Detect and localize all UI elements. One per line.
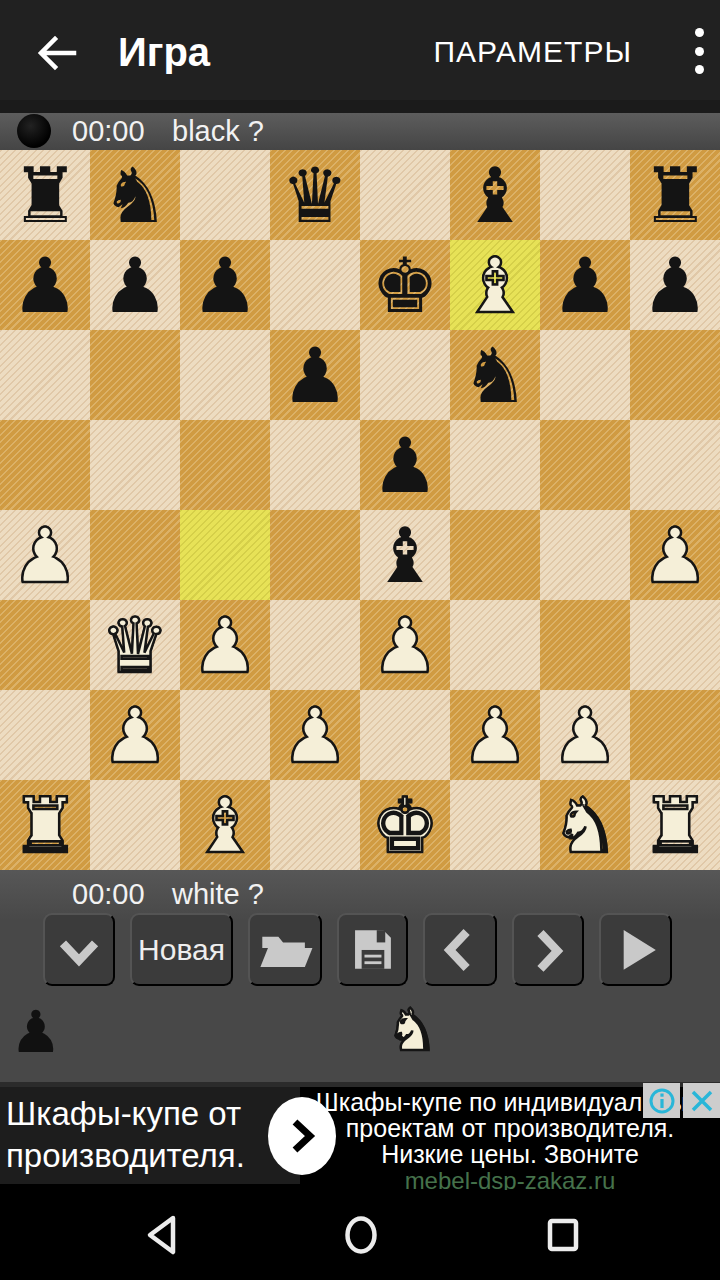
white-player-name: white ?	[172, 870, 264, 918]
square-g5[interactable]	[540, 420, 630, 510]
square-f3[interactable]	[450, 600, 540, 690]
square-a5[interactable]	[0, 420, 90, 510]
square-a7[interactable]: ♟	[0, 240, 90, 330]
square-e5[interactable]: ♟	[360, 420, 450, 510]
piece-white-rook[interactable]: ♜	[0, 780, 90, 870]
square-h1[interactable]: ♜	[630, 780, 720, 870]
piece-black-pawn[interactable]: ♟	[0, 240, 90, 330]
square-c5[interactable]	[180, 420, 270, 510]
piece-white-bishop[interactable]: ♝	[450, 240, 540, 330]
square-b7[interactable]: ♟	[90, 240, 180, 330]
square-c4[interactable]	[180, 510, 270, 600]
white-clock: 00:00	[72, 870, 145, 918]
square-d8[interactable]: ♛	[270, 150, 360, 240]
square-f2[interactable]: ♟	[450, 690, 540, 780]
piece-black-pawn[interactable]: ♟	[90, 240, 180, 330]
ad-cta-button[interactable]	[268, 1097, 336, 1175]
ad-right-line2: проектам от производителя.	[300, 1115, 720, 1141]
square-h4[interactable]: ♟	[630, 510, 720, 600]
chevron-left-icon	[425, 913, 495, 987]
piece-white-queen[interactable]: ♛	[90, 600, 180, 690]
chevron-down-icon	[45, 914, 113, 986]
black-clock: 00:00	[72, 113, 145, 150]
save-icon	[339, 914, 406, 985]
square-h6[interactable]	[630, 330, 720, 420]
square-g6[interactable]	[540, 330, 630, 420]
nav-recents-square-icon	[543, 1213, 583, 1257]
square-f7[interactable]: ♝	[450, 240, 540, 330]
close-icon	[688, 1087, 716, 1115]
square-a1[interactable]: ♜	[0, 780, 90, 870]
square-d4[interactable]	[270, 510, 360, 600]
square-b6[interactable]	[90, 330, 180, 420]
new-game-button[interactable]: Новая	[130, 913, 233, 986]
square-a8[interactable]: ♜	[0, 150, 90, 240]
square-b5[interactable]	[90, 420, 180, 510]
square-e4[interactable]: ♝	[360, 510, 450, 600]
square-f5[interactable]	[450, 420, 540, 510]
square-g8[interactable]	[540, 150, 630, 240]
captured-white-knight: ♞	[386, 997, 438, 1063]
piece-white-pawn[interactable]: ♟	[360, 600, 450, 690]
nav-home-button[interactable]	[331, 1190, 391, 1280]
play-button[interactable]	[599, 913, 672, 986]
appbar-shadow	[0, 100, 720, 113]
square-e7[interactable]: ♚	[360, 240, 450, 330]
expand-button[interactable]	[43, 913, 115, 986]
square-b2[interactable]: ♟	[90, 690, 180, 780]
square-d5[interactable]	[270, 420, 360, 510]
black-player-row: 00:00 black ?	[0, 113, 720, 150]
black-player-name: black ?	[172, 113, 264, 150]
piece-black-pawn[interactable]: ♟	[540, 240, 630, 330]
piece-white-king[interactable]: ♚	[360, 780, 450, 870]
piece-black-pawn[interactable]: ♟	[270, 330, 360, 420]
black-turn-indicator-icon	[17, 114, 51, 148]
ad-info-button[interactable]	[643, 1083, 680, 1118]
square-c2[interactable]	[180, 690, 270, 780]
android-nav-bar	[0, 1190, 720, 1280]
piece-black-knight[interactable]: ♞	[90, 150, 180, 240]
piece-black-pawn[interactable]: ♟	[180, 240, 270, 330]
back-move-button[interactable]	[423, 913, 497, 986]
square-b1[interactable]	[90, 780, 180, 870]
overflow-menu-icon[interactable]	[690, 28, 708, 74]
square-c1[interactable]: ♝	[180, 780, 270, 870]
square-h2[interactable]	[630, 690, 720, 780]
square-h7[interactable]: ♟	[630, 240, 720, 330]
square-f6[interactable]: ♞	[450, 330, 540, 420]
square-e6[interactable]	[360, 330, 450, 420]
nav-back-triangle-icon	[142, 1213, 182, 1257]
square-c8[interactable]	[180, 150, 270, 240]
nav-recents-button[interactable]	[533, 1190, 593, 1280]
ad-left-line1: Шкафы-купе от	[6, 1093, 300, 1135]
piece-black-bishop[interactable]: ♝	[450, 150, 540, 240]
piece-black-rook[interactable]: ♜	[630, 150, 720, 240]
back-arrow-icon[interactable]	[34, 30, 80, 76]
piece-white-pawn[interactable]: ♟	[0, 510, 90, 600]
ad-left-line2: производителя.	[6, 1135, 300, 1177]
square-d1[interactable]	[270, 780, 360, 870]
app-bar: Игра ПАРАМЕТРЫ	[0, 0, 720, 100]
piece-black-rook[interactable]: ♜	[0, 150, 90, 240]
white-player-row: 00:00 white ?	[0, 870, 720, 915]
square-b8[interactable]: ♞	[90, 150, 180, 240]
piece-white-pawn[interactable]: ♟	[90, 690, 180, 780]
square-g7[interactable]: ♟	[540, 240, 630, 330]
square-e3[interactable]: ♟	[360, 600, 450, 690]
square-e8[interactable]	[360, 150, 450, 240]
chess-board[interactable]: ♜♞♛♝♜♟♟♟♚♝♟♟♟♞♟♟♝♟♛♟♟♟♟♟♟♜♝♚♞♜	[0, 150, 720, 870]
square-f4[interactable]	[450, 510, 540, 600]
square-g2[interactable]: ♟	[540, 690, 630, 780]
square-e1[interactable]: ♚	[360, 780, 450, 870]
square-d6[interactable]: ♟	[270, 330, 360, 420]
chess-app-screen: Игра ПАРАМЕТРЫ 00:00 black ? ♜♞♛♝♜♟♟♟♚♝♟…	[0, 0, 720, 1280]
ad-banner[interactable]: Шкафы-купе от производителя. Шкафы-купе …	[0, 1082, 720, 1190]
square-a6[interactable]	[0, 330, 90, 420]
piece-white-pawn[interactable]: ♟	[180, 600, 270, 690]
square-d3[interactable]	[270, 600, 360, 690]
piece-white-knight[interactable]: ♞	[540, 780, 630, 870]
piece-black-king[interactable]: ♚	[360, 240, 450, 330]
chevron-right-icon	[282, 1112, 322, 1160]
ad-left-text[interactable]: Шкафы-купе от производителя.	[0, 1087, 300, 1184]
game-toolbar: Новая	[43, 913, 672, 986]
square-d7[interactable]	[270, 240, 360, 330]
square-c3[interactable]: ♟	[180, 600, 270, 690]
square-a4[interactable]: ♟	[0, 510, 90, 600]
ad-badges	[643, 1083, 720, 1118]
piece-black-bishop[interactable]: ♝	[360, 510, 450, 600]
parameters-button[interactable]: ПАРАМЕТРЫ	[434, 0, 632, 100]
piece-white-pawn[interactable]: ♟	[270, 690, 360, 780]
piece-white-pawn[interactable]: ♟	[540, 690, 630, 780]
square-b4[interactable]	[90, 510, 180, 600]
bottom-panel: 00:00 white ? Новая	[0, 870, 720, 1082]
piece-white-bishop[interactable]: ♝	[180, 780, 270, 870]
square-d2[interactable]: ♟	[270, 690, 360, 780]
open-file-button[interactable]	[248, 913, 322, 986]
square-g1[interactable]: ♞	[540, 780, 630, 870]
square-h3[interactable]	[630, 600, 720, 690]
square-f1[interactable]	[450, 780, 540, 870]
square-f8[interactable]: ♝	[450, 150, 540, 240]
piece-black-knight[interactable]: ♞	[450, 330, 540, 420]
piece-white-pawn[interactable]: ♟	[630, 510, 720, 600]
square-b3[interactable]: ♛	[90, 600, 180, 690]
captured-black-pawn: ♟	[10, 999, 62, 1065]
save-button[interactable]	[337, 913, 408, 986]
square-g3[interactable]	[540, 600, 630, 690]
play-icon	[601, 913, 670, 986]
piece-black-queen[interactable]: ♛	[270, 150, 360, 240]
captured-pieces-tray: ♟ ♞	[0, 995, 720, 1075]
square-g4[interactable]	[540, 510, 630, 600]
chevron-right-icon	[514, 914, 582, 986]
folder-open-icon	[250, 913, 320, 987]
piece-black-pawn[interactable]: ♟	[360, 420, 450, 510]
piece-black-pawn[interactable]: ♟	[630, 240, 720, 330]
square-a2[interactable]	[0, 690, 90, 780]
square-e2[interactable]	[360, 690, 450, 780]
nav-back-button[interactable]	[132, 1190, 192, 1280]
piece-white-rook[interactable]: ♜	[630, 780, 720, 870]
page-title: Игра	[118, 0, 210, 100]
adchoices-info-icon	[648, 1087, 676, 1115]
forward-move-button[interactable]	[512, 913, 584, 986]
piece-white-pawn[interactable]: ♟	[450, 690, 540, 780]
nav-home-circle-icon	[341, 1213, 381, 1257]
ad-right-line3: Низкие цены. Звоните	[300, 1141, 720, 1167]
square-c7[interactable]: ♟	[180, 240, 270, 330]
square-h8[interactable]: ♜	[630, 150, 720, 240]
square-c6[interactable]	[180, 330, 270, 420]
square-h5[interactable]	[630, 420, 720, 510]
ad-close-button[interactable]	[683, 1083, 720, 1118]
square-a3[interactable]	[0, 600, 90, 690]
